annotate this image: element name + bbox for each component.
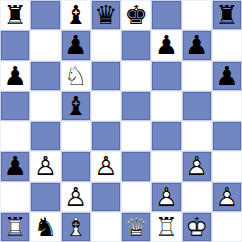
square-f3[interactable] — [151, 151, 181, 181]
square-c4[interactable] — [61, 121, 91, 151]
black-bishop[interactable]: ♝ — [62, 92, 90, 120]
square-g4[interactable] — [182, 121, 212, 151]
square-e1[interactable]: ♛♕ — [121, 212, 151, 242]
square-d4[interactable] — [91, 121, 121, 151]
chess-board: ♜♝♛♚♜♟♟♟♟♞♘♟♝♟♟♙♟♙♟♙♟♙♟♙♟♙♜♖♞♝♗♛♕♜♖♚♔ — [0, 0, 242, 242]
square-f2[interactable]: ♟♙ — [151, 182, 181, 212]
square-g8[interactable] — [182, 0, 212, 30]
square-e8[interactable]: ♚ — [121, 0, 151, 30]
square-d7[interactable] — [91, 30, 121, 60]
black-pawn[interactable]: ♟ — [152, 31, 180, 59]
square-a2[interactable] — [0, 182, 30, 212]
black-rook[interactable]: ♜ — [1, 1, 29, 29]
square-a4[interactable] — [0, 121, 30, 151]
square-c1[interactable]: ♝♗ — [61, 212, 91, 242]
black-pawn[interactable]: ♟ — [1, 62, 29, 90]
black-pawn[interactable]: ♟ — [213, 62, 241, 90]
square-e5[interactable] — [121, 91, 151, 121]
square-b7[interactable] — [30, 30, 60, 60]
white-pawn[interactable]: ♟♙ — [213, 183, 241, 211]
square-h4[interactable] — [212, 121, 242, 151]
square-a8[interactable]: ♜ — [0, 0, 30, 30]
square-g7[interactable]: ♟ — [182, 30, 212, 60]
white-rook[interactable]: ♜♖ — [1, 213, 29, 241]
black-rook[interactable]: ♜ — [213, 1, 241, 29]
square-a7[interactable] — [0, 30, 30, 60]
square-h3[interactable] — [212, 151, 242, 181]
white-bishop[interactable]: ♝♗ — [62, 213, 90, 241]
square-e7[interactable] — [121, 30, 151, 60]
square-d8[interactable]: ♛ — [91, 0, 121, 30]
white-pawn[interactable]: ♟♙ — [183, 152, 211, 180]
square-c7[interactable]: ♟ — [61, 30, 91, 60]
square-f1[interactable]: ♜♖ — [151, 212, 181, 242]
white-king[interactable]: ♚♔ — [183, 213, 211, 241]
square-h8[interactable]: ♜ — [212, 0, 242, 30]
square-b5[interactable] — [30, 91, 60, 121]
white-pawn[interactable]: ♟♙ — [62, 183, 90, 211]
square-a3[interactable]: ♟ — [0, 151, 30, 181]
square-d1[interactable] — [91, 212, 121, 242]
black-queen[interactable]: ♛ — [92, 1, 120, 29]
white-knight[interactable]: ♞♘ — [62, 62, 90, 90]
square-g3[interactable]: ♟♙ — [182, 151, 212, 181]
square-g1[interactable]: ♚♔ — [182, 212, 212, 242]
black-pawn[interactable]: ♟ — [183, 31, 211, 59]
square-h7[interactable] — [212, 30, 242, 60]
square-b1[interactable]: ♞ — [30, 212, 60, 242]
square-a1[interactable]: ♜♖ — [0, 212, 30, 242]
square-a6[interactable]: ♟ — [0, 61, 30, 91]
square-f4[interactable] — [151, 121, 181, 151]
white-queen[interactable]: ♛♕ — [122, 213, 150, 241]
white-pawn[interactable]: ♟♙ — [92, 152, 120, 180]
black-king[interactable]: ♚ — [122, 1, 150, 29]
square-c6[interactable]: ♞♘ — [61, 61, 91, 91]
square-h1[interactable] — [212, 212, 242, 242]
square-c3[interactable] — [61, 151, 91, 181]
square-e4[interactable] — [121, 121, 151, 151]
square-c5[interactable]: ♝ — [61, 91, 91, 121]
white-rook[interactable]: ♜♖ — [152, 213, 180, 241]
square-d6[interactable] — [91, 61, 121, 91]
square-d3[interactable]: ♟♙ — [91, 151, 121, 181]
square-g5[interactable] — [182, 91, 212, 121]
square-h2[interactable]: ♟♙ — [212, 182, 242, 212]
square-f5[interactable] — [151, 91, 181, 121]
square-e3[interactable] — [121, 151, 151, 181]
square-f8[interactable] — [151, 0, 181, 30]
white-pawn[interactable]: ♟♙ — [31, 152, 59, 180]
black-pawn[interactable]: ♟ — [1, 152, 29, 180]
square-h5[interactable] — [212, 91, 242, 121]
black-pawn[interactable]: ♟ — [62, 31, 90, 59]
square-c8[interactable]: ♝ — [61, 0, 91, 30]
square-h6[interactable]: ♟ — [212, 61, 242, 91]
square-f7[interactable]: ♟ — [151, 30, 181, 60]
square-c2[interactable]: ♟♙ — [61, 182, 91, 212]
square-e6[interactable] — [121, 61, 151, 91]
square-g2[interactable] — [182, 182, 212, 212]
square-g6[interactable] — [182, 61, 212, 91]
black-knight[interactable]: ♞ — [31, 213, 59, 241]
square-d5[interactable] — [91, 91, 121, 121]
black-bishop[interactable]: ♝ — [62, 1, 90, 29]
square-f6[interactable] — [151, 61, 181, 91]
square-b4[interactable] — [30, 121, 60, 151]
white-pawn[interactable]: ♟♙ — [152, 183, 180, 211]
square-b8[interactable] — [30, 0, 60, 30]
square-d2[interactable] — [91, 182, 121, 212]
square-b2[interactable] — [30, 182, 60, 212]
square-e2[interactable] — [121, 182, 151, 212]
square-a5[interactable] — [0, 91, 30, 121]
square-b3[interactable]: ♟♙ — [30, 151, 60, 181]
square-b6[interactable] — [30, 61, 60, 91]
